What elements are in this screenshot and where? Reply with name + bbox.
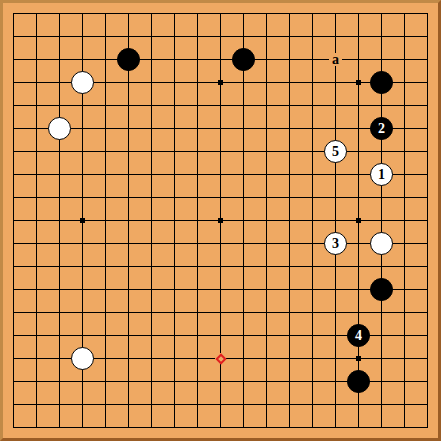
- star-point: [356, 356, 361, 361]
- stone-black-R14: 2: [370, 117, 393, 140]
- stone-white-C14: [48, 117, 71, 140]
- stone-black-Q3: [347, 370, 370, 393]
- go-board[interactable]: a24513: [0, 0, 441, 441]
- star-point: [356, 218, 361, 223]
- star-point: [218, 218, 223, 223]
- stone-white-R12: 1: [370, 163, 393, 186]
- point-label-a: a: [329, 53, 342, 66]
- stone-black-Q5: 4: [347, 324, 370, 347]
- stone-black-R16: [370, 71, 393, 94]
- star-point: [80, 218, 85, 223]
- stone-white-P9: 3: [324, 232, 347, 255]
- stone-white-R9: [370, 232, 393, 255]
- stone-black-L17: [232, 48, 255, 71]
- stone-white-D4: [71, 347, 94, 370]
- stone-black-F17: [117, 48, 140, 71]
- stone-black-R7: [370, 278, 393, 301]
- stone-white-P13: 5: [324, 140, 347, 163]
- star-point: [356, 80, 361, 85]
- stone-white-D16: [71, 71, 94, 94]
- star-point: [218, 80, 223, 85]
